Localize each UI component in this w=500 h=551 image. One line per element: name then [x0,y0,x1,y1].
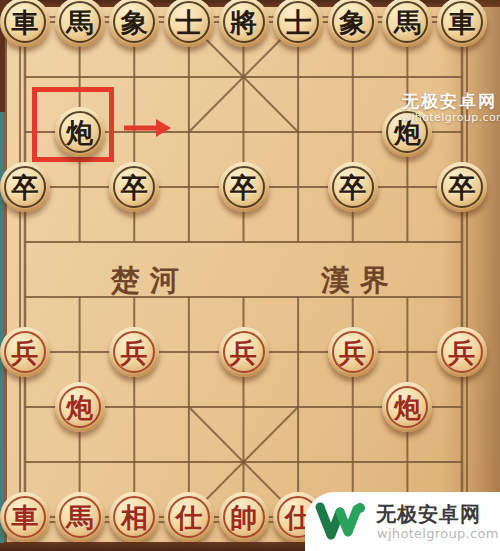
piece-glyph: 帥 [230,504,257,531]
piece-red-soldier[interactable]: 兵 [0,327,50,377]
xiangqi-app-screen: 楚河 漢界 車馬象士將士象馬車炮炮卒卒卒卒卒兵兵兵兵兵炮炮車馬相仕帥仕相馬車 无… [0,0,500,551]
piece-glyph: 馬 [394,9,421,36]
piece-glyph: 兵 [12,339,39,366]
watermark-top-right: 无极安卓网 wjhotelgroup.com [402,91,500,124]
piece-black-general[interactable]: 將 [219,0,269,47]
piece-glyph: 將 [230,9,257,36]
piece-glyph: 兵 [449,339,476,366]
piece-glyph: 馬 [66,504,93,531]
piece-glyph: 兵 [339,339,366,366]
river-label-han: 漢界 [300,263,410,297]
piece-red-soldier[interactable]: 兵 [437,327,487,377]
piece-glyph: 卒 [339,174,366,201]
river-label-chu: 楚河 [90,263,200,297]
board-grid[interactable] [0,0,500,551]
watermark-card-site-url: wjhotelgroup.com [377,526,499,541]
piece-glyph: 象 [339,9,366,36]
piece-glyph: 相 [121,504,148,531]
piece-red-cannon[interactable]: 炮 [55,382,105,432]
piece-glyph: 車 [449,9,476,36]
piece-red-advisor[interactable]: 仕 [164,492,214,542]
piece-glyph: 車 [12,9,39,36]
piece-black-soldier[interactable]: 卒 [328,162,378,212]
piece-glyph: 車 [12,504,39,531]
piece-glyph: 兵 [121,339,148,366]
watermark-site-url: wjhotelgroup.com [402,111,500,124]
piece-glyph: 炮 [66,119,93,146]
watermark-site-name: 无极安卓网 [402,91,500,111]
piece-red-elephant[interactable]: 相 [109,492,159,542]
piece-black-cannon[interactable]: 炮 [55,107,105,157]
piece-red-soldier[interactable]: 兵 [219,327,269,377]
piece-glyph: 炮 [394,394,421,421]
piece-red-general[interactable]: 帥 [219,492,269,542]
piece-glyph: 卒 [230,174,257,201]
piece-black-soldier[interactable]: 卒 [0,162,50,212]
piece-glyph: 士 [175,9,202,36]
piece-black-elephant[interactable]: 象 [328,0,378,47]
piece-glyph: 士 [285,9,312,36]
piece-black-soldier[interactable]: 卒 [219,162,269,212]
piece-glyph: 卒 [12,174,39,201]
green-w-logo-icon [315,499,367,545]
piece-black-horse[interactable]: 馬 [55,0,105,47]
piece-black-soldier[interactable]: 卒 [109,162,159,212]
piece-red-horse[interactable]: 馬 [55,492,105,542]
piece-glyph: 卒 [121,174,148,201]
piece-glyph: 仕 [175,504,202,531]
piece-glyph: 兵 [230,339,257,366]
piece-black-advisor[interactable]: 士 [164,0,214,47]
piece-glyph: 炮 [66,394,93,421]
piece-red-soldier[interactable]: 兵 [328,327,378,377]
piece-glyph: 象 [121,9,148,36]
piece-black-soldier[interactable]: 卒 [437,162,487,212]
piece-red-chariot[interactable]: 車 [0,492,50,542]
piece-red-soldier[interactable]: 兵 [109,327,159,377]
piece-glyph: 馬 [66,9,93,36]
watermark-card-site-name: 无极安卓网 [376,501,481,528]
watermark-card: 无极安卓网 wjhotelgroup.com [305,492,500,551]
move-hint-arrow [118,112,176,144]
piece-glyph: 卒 [449,174,476,201]
